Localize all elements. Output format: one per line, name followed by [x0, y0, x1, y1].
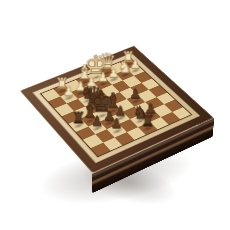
black-rook-glyph: ♜: [133, 114, 162, 129]
scene: ♜♝♚♛♜♟♟♟♟♟♞♟♞♛♜♝♚♝♟♟♟♟♟♞♟♜: [0, 0, 230, 230]
piece-black-pawn-c2[interactable]: ♟: [107, 124, 126, 137]
chess-board: ♜♝♚♛♜♟♟♟♟♟♞♟♞♛♜♝♚♝♟♟♟♟♟♞♟♜: [20, 46, 214, 173]
pieces-layer: ♜♝♚♛♜♟♟♟♟♟♞♟♞♛♜♝♚♝♟♟♟♟♟♞♟♜: [20, 46, 214, 173]
chess-box: ♜♝♚♛♜♟♟♟♟♟♞♟♞♛♜♝♚♝♟♟♟♟♟♞♟♜: [20, 46, 214, 173]
black-pawn-glyph: ♟: [102, 118, 131, 131]
product-photo: ♜♝♚♛♜♟♟♟♟♟♞♟♞♛♜♝♚♝♟♟♟♟♟♞♟♜: [0, 0, 230, 230]
